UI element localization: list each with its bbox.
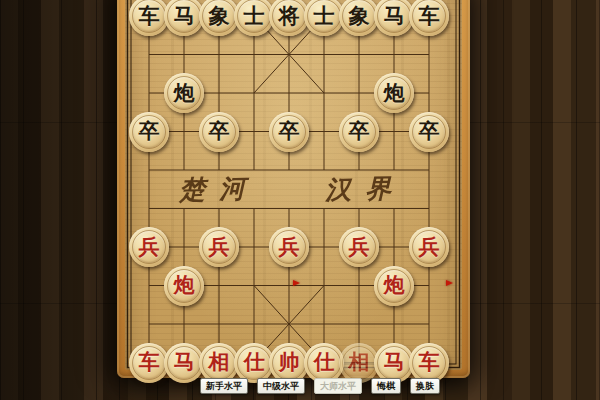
piece-glyph: 兵 xyxy=(349,237,370,258)
piece-glyph: 士 xyxy=(314,6,335,27)
piece-glyph: 卒 xyxy=(279,121,300,142)
toolbar: 新手水平中级水平大师水平悔棋换肤 xyxy=(200,378,440,394)
red-point-marker xyxy=(446,280,453,286)
piece-red-cannon[interactable]: 炮 xyxy=(164,266,204,306)
piece-glyph: 卒 xyxy=(209,121,230,142)
xiangqi-board[interactable]: 楚河 汉界 车马象士将士象马车炮炮卒卒卒卒卒兵兵兵兵兵炮炮车马相仕帅仕相马车 xyxy=(117,0,470,378)
piece-glyph: 帅 xyxy=(279,352,300,373)
piece-glyph: 象 xyxy=(209,6,230,27)
piece-glyph: 兵 xyxy=(419,237,440,258)
piece-glyph: 卒 xyxy=(349,121,370,142)
piece-glyph: 炮 xyxy=(384,275,405,296)
piece-glyph: 兵 xyxy=(209,237,230,258)
xiangqi-game-screen: 楚河 汉界 车马象士将士象马车炮炮卒卒卒卒卒兵兵兵兵兵炮炮车马相仕帅仕相马车 新… xyxy=(0,0,600,400)
piece-red-advisor[interactable]: 仕 xyxy=(234,343,274,383)
piece-black-soldier[interactable]: 卒 xyxy=(409,112,449,152)
piece-red-general[interactable]: 帅 xyxy=(269,343,309,383)
piece-red-horse[interactable]: 马 xyxy=(374,343,414,383)
piece-red-cannon[interactable]: 炮 xyxy=(374,266,414,306)
piece-glyph: 仕 xyxy=(314,352,335,373)
piece-glyph: 炮 xyxy=(174,83,195,104)
piece-glyph: 车 xyxy=(139,352,160,373)
piece-glyph: 兵 xyxy=(139,237,160,258)
piece-glyph: 卒 xyxy=(419,121,440,142)
piece-black-soldier[interactable]: 卒 xyxy=(199,112,239,152)
button-undo-move[interactable]: 悔棋 xyxy=(371,378,401,394)
piece-red-soldier[interactable]: 兵 xyxy=(339,227,379,267)
piece-red-soldier[interactable]: 兵 xyxy=(129,227,169,267)
piece-glyph: 马 xyxy=(384,352,405,373)
piece-black-cannon[interactable]: 炮 xyxy=(164,73,204,113)
piece-red-advisor[interactable]: 仕 xyxy=(304,343,344,383)
piece-glyph: 马 xyxy=(174,352,195,373)
piece-glyph: 卒 xyxy=(139,121,160,142)
red-point-marker xyxy=(293,280,300,286)
piece-glyph: 马 xyxy=(174,6,195,27)
piece-red-soldier[interactable]: 兵 xyxy=(269,227,309,267)
piece-red-soldier[interactable]: 兵 xyxy=(409,227,449,267)
piece-glyph: 仕 xyxy=(244,352,265,373)
piece-black-soldier[interactable]: 卒 xyxy=(339,112,379,152)
piece-red-chariot[interactable]: 车 xyxy=(129,343,169,383)
piece-glyph: 士 xyxy=(244,6,265,27)
piece-red-elephant[interactable]: 相 xyxy=(339,343,379,383)
piece-black-cannon[interactable]: 炮 xyxy=(374,73,414,113)
piece-glyph: 将 xyxy=(279,6,300,27)
piece-glyph: 车 xyxy=(419,6,440,27)
button-change-skin[interactable]: 换肤 xyxy=(410,378,440,394)
piece-glyph: 炮 xyxy=(174,275,195,296)
piece-black-soldier[interactable]: 卒 xyxy=(269,112,309,152)
piece-black-soldier[interactable]: 卒 xyxy=(129,112,169,152)
piece-glyph: 兵 xyxy=(279,237,300,258)
piece-glyph: 相 xyxy=(209,352,230,373)
piece-glyph: 车 xyxy=(419,352,440,373)
piece-red-chariot[interactable]: 车 xyxy=(409,343,449,383)
button-intermediate-level[interactable]: 中级水平 xyxy=(257,378,305,394)
button-master-level[interactable]: 大师水平 xyxy=(314,378,362,394)
piece-glyph: 马 xyxy=(384,6,405,27)
piece-glyph: 车 xyxy=(139,6,160,27)
piece-glyph: 炮 xyxy=(384,83,405,104)
button-novice-level[interactable]: 新手水平 xyxy=(200,378,248,394)
board-grid-lines xyxy=(117,0,470,378)
piece-red-horse[interactable]: 马 xyxy=(164,343,204,383)
piece-red-soldier[interactable]: 兵 xyxy=(199,227,239,267)
piece-red-elephant[interactable]: 相 xyxy=(199,343,239,383)
piece-glyph: 相 xyxy=(349,352,370,373)
piece-glyph: 象 xyxy=(349,6,370,27)
